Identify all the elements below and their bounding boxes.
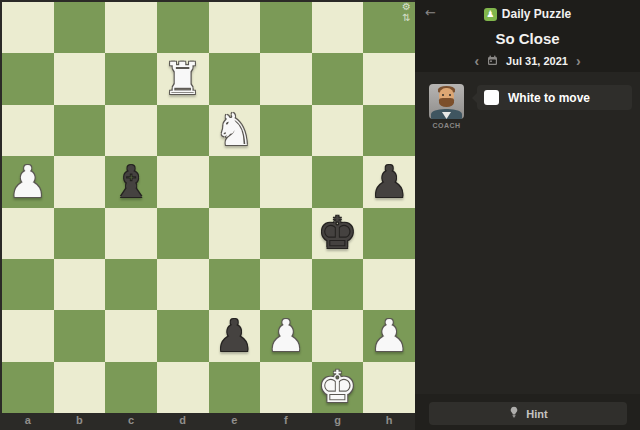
square-d8[interactable] [157,2,209,53]
white-king[interactable]: ♚ [318,365,357,409]
sidebar-footer: Hint [415,394,640,430]
square-a7[interactable] [2,53,54,104]
black-bishop[interactable]: ♝ [111,160,150,204]
square-d4[interactable] [157,208,209,259]
file-label-a: a [2,413,54,430]
white-pawn[interactable]: ♟ [8,160,47,204]
square-c3[interactable] [105,259,157,310]
square-b4[interactable] [54,208,106,259]
square-g5[interactable] [312,156,364,207]
square-f7[interactable] [260,53,312,104]
file-label-f: f [260,413,312,430]
bubble-tail [472,93,477,103]
avatar-eye [442,94,444,96]
white-pawn[interactable]: ♟ [369,314,408,358]
square-a4[interactable] [2,208,54,259]
square-g3[interactable] [312,259,364,310]
hint-label: Hint [526,408,547,420]
square-b3[interactable] [54,259,106,310]
file-label-g: g [312,413,364,430]
square-c2[interactable] [105,310,157,361]
date-nav: ‹ Jul 31, 2021 › [415,52,640,70]
black-king[interactable]: ♚ [318,211,357,255]
square-h1[interactable] [363,362,415,413]
square-a8[interactable] [2,2,54,53]
sidebar-main: COACH White to move [415,72,640,394]
chess-board[interactable]: ♜♞♟♝♟♚♟♟♟♚ [2,2,415,413]
file-coordinates: abcdefgh [2,413,415,430]
square-a5[interactable]: ♟ [2,156,54,207]
white-knight[interactable]: ♞ [215,108,254,152]
daily-puzzle-app: ♜♞♟♝♟♚♟♟♟♚ abcdefgh ⚙ ⇅ ← ♟ Daily Puzzle… [0,0,640,430]
square-b6[interactable] [54,105,106,156]
hint-button[interactable]: Hint [429,402,627,425]
square-d5[interactable] [157,156,209,207]
avatar-beard [439,98,454,107]
square-h3[interactable] [363,259,415,310]
square-g1[interactable]: ♚ [312,362,364,413]
square-h4[interactable] [363,208,415,259]
back-button[interactable]: ← [425,5,436,20]
square-b1[interactable] [54,362,106,413]
square-f4[interactable] [260,208,312,259]
square-g8[interactable] [312,2,364,53]
coach-row: COACH White to move [429,84,632,129]
square-d6[interactable] [157,105,209,156]
square-b8[interactable] [54,2,106,53]
square-a6[interactable] [2,105,54,156]
board-pane: ♜♞♟♝♟♚♟♟♟♚ abcdefgh ⚙ ⇅ [0,0,415,430]
square-h6[interactable] [363,105,415,156]
daily-puzzle-label: Daily Puzzle [502,7,571,21]
settings-icon[interactable]: ⚙ [402,1,411,12]
square-e8[interactable] [209,2,261,53]
coach-message: White to move [508,91,590,105]
square-g7[interactable] [312,53,364,104]
square-a2[interactable] [2,310,54,361]
coach-label: COACH [432,122,460,129]
square-f2[interactable]: ♟ [260,310,312,361]
square-c6[interactable] [105,105,157,156]
daily-puzzle-icon: ♟ [484,8,497,21]
square-f8[interactable] [260,2,312,53]
coach-box: COACH [429,84,464,129]
white-to-move-icon [484,90,499,105]
black-pawn[interactable]: ♟ [369,160,408,204]
square-b2[interactable] [54,310,106,361]
square-c1[interactable] [105,362,157,413]
square-h5[interactable]: ♟ [363,156,415,207]
next-day-button[interactable]: › [576,55,581,67]
square-d1[interactable] [157,362,209,413]
square-g4[interactable]: ♚ [312,208,364,259]
square-g2[interactable] [312,310,364,361]
avatar-eye [449,94,451,96]
square-c8[interactable] [105,2,157,53]
square-b7[interactable] [54,53,106,104]
file-label-c: c [105,413,157,430]
square-e7[interactable] [209,53,261,104]
square-e3[interactable] [209,259,261,310]
coach-message-bubble: White to move [477,85,632,110]
coach-avatar [429,84,464,119]
square-e6[interactable]: ♞ [209,105,261,156]
square-f3[interactable] [260,259,312,310]
square-d7[interactable]: ♜ [157,53,209,104]
lightbulb-icon [508,406,520,421]
square-a1[interactable] [2,362,54,413]
square-e2[interactable]: ♟ [209,310,261,361]
square-e5[interactable] [209,156,261,207]
black-pawn[interactable]: ♟ [215,314,254,358]
square-f1[interactable] [260,362,312,413]
square-f6[interactable] [260,105,312,156]
prev-day-button[interactable]: ‹ [474,55,479,67]
square-c5[interactable]: ♝ [105,156,157,207]
square-b5[interactable] [54,156,106,207]
square-d2[interactable] [157,310,209,361]
board-controls: ⚙ ⇅ [402,1,411,23]
calendar-icon [487,52,498,70]
header-top: ♟ Daily Puzzle [415,0,640,21]
square-f5[interactable] [260,156,312,207]
square-e1[interactable] [209,362,261,413]
square-d3[interactable] [157,259,209,310]
sidebar-header: ← ♟ Daily Puzzle So Close ‹ Jul 31, [415,0,640,72]
square-a3[interactable] [2,259,54,310]
square-g6[interactable] [312,105,364,156]
flip-board-icon[interactable]: ⇅ [402,12,410,23]
square-h2[interactable]: ♟ [363,310,415,361]
sidebar: ← ♟ Daily Puzzle So Close ‹ Jul 31, [415,0,640,430]
white-rook[interactable]: ♜ [163,57,202,101]
square-c7[interactable] [105,53,157,104]
file-label-e: e [209,413,261,430]
white-pawn[interactable]: ♟ [266,314,305,358]
file-label-b: b [54,413,106,430]
file-label-h: h [363,413,415,430]
file-label-d: d [157,413,209,430]
square-e4[interactable] [209,208,261,259]
square-c4[interactable] [105,208,157,259]
square-h7[interactable] [363,53,415,104]
puzzle-title: So Close [415,30,640,47]
puzzle-date[interactable]: Jul 31, 2021 [506,55,568,67]
